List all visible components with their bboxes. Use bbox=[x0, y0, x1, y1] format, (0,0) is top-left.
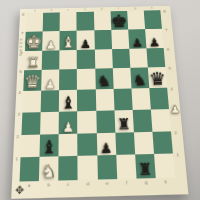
square-f1[interactable] bbox=[116, 155, 136, 179]
square-c5[interactable] bbox=[59, 69, 77, 90]
square-d6[interactable] bbox=[77, 49, 95, 69]
chess-board-sheet: CHESS ✥ abcdefgh abcdefgh 87654321 87654… bbox=[11, 6, 188, 199]
square-d5[interactable] bbox=[77, 69, 95, 90]
offboard-white-pawn[interactable]: ♟ bbox=[170, 104, 181, 115]
square-g8[interactable] bbox=[127, 11, 145, 30]
square-b4[interactable] bbox=[41, 90, 60, 112]
square-a2[interactable] bbox=[21, 134, 41, 157]
square-d1[interactable] bbox=[78, 156, 98, 180]
black-rook-f3[interactable]: ♜ bbox=[117, 117, 131, 133]
square-c7[interactable]: ♝ bbox=[60, 30, 77, 49]
white-king-a7[interactable]: ♚ bbox=[25, 33, 43, 51]
white-pawn-b5[interactable]: ♟ bbox=[45, 78, 57, 91]
square-h6[interactable] bbox=[146, 48, 165, 68]
rank-labels-left-1: 1 bbox=[14, 158, 18, 182]
white-queen-a5[interactable]: ♛ bbox=[24, 73, 41, 91]
square-b8[interactable] bbox=[43, 12, 60, 31]
square-d3[interactable] bbox=[77, 111, 96, 134]
rank-labels-right-2: 2 bbox=[174, 131, 179, 154]
square-h4[interactable] bbox=[149, 88, 169, 110]
square-e5[interactable]: ♞ bbox=[95, 68, 113, 89]
rank-labels-left-5: 5 bbox=[18, 71, 21, 92]
square-g1[interactable]: ♜ bbox=[135, 154, 156, 178]
rank-labels-right-6: 6 bbox=[167, 47, 171, 67]
square-b5[interactable]: ♟ bbox=[41, 70, 59, 91]
square-a6[interactable]: ♜ bbox=[24, 50, 42, 70]
square-f7[interactable] bbox=[111, 29, 129, 48]
square-e4[interactable] bbox=[95, 89, 114, 111]
rank-labels-left-2: 2 bbox=[15, 135, 19, 158]
square-g7[interactable]: ♟ bbox=[128, 29, 146, 48]
rank-labels-right-1: 1 bbox=[176, 154, 181, 178]
square-f6[interactable] bbox=[112, 48, 130, 68]
board-corner-emblem-icon: ✥ bbox=[12, 182, 27, 197]
square-e3[interactable] bbox=[96, 110, 115, 133]
square-a8[interactable] bbox=[26, 13, 44, 32]
square-a3[interactable] bbox=[21, 112, 40, 135]
square-c6[interactable] bbox=[59, 50, 77, 70]
black-bishop-c4[interactable]: ♝ bbox=[61, 94, 76, 111]
square-f2[interactable] bbox=[115, 132, 135, 155]
square-g4[interactable] bbox=[131, 88, 150, 110]
black-queen-h5[interactable]: ♛ bbox=[148, 70, 166, 88]
file-labels-bottom-h: h bbox=[156, 179, 176, 184]
board-brand-text: CHESS bbox=[18, 37, 24, 56]
square-h8[interactable] bbox=[144, 10, 162, 29]
square-g3[interactable] bbox=[132, 109, 152, 131]
square-f4[interactable] bbox=[113, 88, 132, 110]
square-b1[interactable]: ♞ bbox=[39, 157, 59, 181]
white-pawn-b7[interactable]: ♟ bbox=[45, 38, 56, 50]
white-rook-a6[interactable]: ♜ bbox=[26, 56, 40, 70]
square-g6[interactable] bbox=[129, 48, 148, 68]
square-d2[interactable] bbox=[78, 133, 97, 156]
white-bishop-c7[interactable]: ♝ bbox=[61, 35, 76, 50]
black-pawn-e2[interactable]: ♟ bbox=[100, 141, 113, 155]
square-b7[interactable]: ♟ bbox=[42, 31, 60, 50]
board-grid: ♚♚♟♝♟♟♟♜♛♟♞♞♛♝♟♜♝♟♞♜ bbox=[20, 10, 175, 181]
black-pawn-h7[interactable]: ♟ bbox=[149, 36, 161, 48]
photo-background: CHESS ✥ abcdefgh abcdefgh 87654321 87654… bbox=[0, 0, 200, 200]
square-e7[interactable] bbox=[94, 30, 112, 49]
square-h2[interactable] bbox=[152, 131, 173, 154]
file-labels-bottom-c: c bbox=[58, 182, 78, 187]
square-a7[interactable]: ♚ bbox=[25, 31, 43, 50]
square-b3[interactable] bbox=[40, 111, 59, 134]
square-d7[interactable]: ♟ bbox=[77, 30, 94, 49]
square-c4[interactable]: ♝ bbox=[59, 90, 77, 112]
rank-labels-left-4: 4 bbox=[18, 91, 22, 112]
square-d4[interactable] bbox=[77, 89, 95, 111]
square-c2[interactable] bbox=[59, 133, 78, 156]
rank-labels-right-5: 5 bbox=[168, 67, 172, 87]
file-labels-bottom-b: b bbox=[39, 182, 59, 187]
square-f3[interactable]: ♜ bbox=[114, 110, 134, 133]
square-h3[interactable] bbox=[151, 109, 171, 131]
black-pawn-d7[interactable]: ♟ bbox=[80, 38, 91, 50]
square-c1[interactable] bbox=[59, 156, 78, 180]
rank-labels-right-8: 8 bbox=[163, 10, 167, 28]
square-h1[interactable] bbox=[154, 154, 175, 178]
square-a4[interactable] bbox=[22, 91, 41, 113]
black-king-f8[interactable]: ♚ bbox=[110, 12, 128, 29]
rank-labels-right-7: 7 bbox=[165, 28, 169, 47]
square-e2[interactable]: ♟ bbox=[96, 132, 116, 155]
square-h5[interactable]: ♛ bbox=[148, 67, 167, 88]
square-f5[interactable] bbox=[112, 68, 131, 89]
square-c3[interactable]: ♟ bbox=[59, 111, 78, 134]
white-knight-b1[interactable]: ♞ bbox=[41, 163, 57, 181]
square-e8[interactable] bbox=[93, 11, 110, 30]
black-bishop-b2[interactable]: ♝ bbox=[41, 139, 57, 157]
square-e1[interactable] bbox=[97, 155, 117, 179]
rank-labels-left-3: 3 bbox=[17, 112, 21, 134]
file-labels-bottom-f: f bbox=[117, 180, 137, 185]
square-d8[interactable] bbox=[77, 12, 94, 31]
square-c8[interactable] bbox=[60, 12, 77, 31]
square-a5[interactable]: ♛ bbox=[23, 70, 42, 91]
square-g5[interactable]: ♞ bbox=[130, 68, 149, 89]
square-g2[interactable] bbox=[134, 131, 154, 154]
black-rook-g1[interactable]: ♜ bbox=[138, 162, 153, 179]
rank-labels-left-8: 8 bbox=[21, 13, 24, 31]
black-knight-g5[interactable]: ♞ bbox=[132, 73, 147, 88]
square-b2[interactable]: ♝ bbox=[40, 134, 59, 157]
square-e6[interactable] bbox=[94, 49, 112, 69]
square-a1[interactable] bbox=[20, 157, 40, 181]
white-pawn-c3[interactable]: ♟ bbox=[62, 120, 74, 134]
square-f8[interactable]: ♚ bbox=[110, 11, 128, 30]
file-labels-bottom-d: d bbox=[78, 181, 98, 186]
square-b6[interactable] bbox=[42, 50, 60, 70]
black-knight-e5[interactable]: ♞ bbox=[97, 74, 112, 89]
file-labels-bottom-g: g bbox=[136, 180, 156, 185]
square-h7[interactable]: ♟ bbox=[145, 29, 164, 48]
file-labels-bottom-e: e bbox=[97, 181, 117, 186]
black-pawn-g7[interactable]: ♟ bbox=[131, 37, 143, 49]
